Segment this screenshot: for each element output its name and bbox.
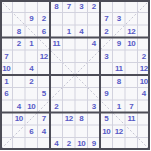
cell-r7c6[interactable] [63, 75, 76, 88]
cell-r8c7[interactable] [75, 88, 88, 101]
cell-r8c12[interactable]: 4 [138, 88, 151, 101]
cell-r1c4[interactable] [38, 0, 51, 13]
cell-r2c5[interactable] [50, 13, 63, 26]
cell-r4c6[interactable] [63, 38, 76, 51]
cell-r5c3[interactable] [25, 50, 38, 63]
cell-r8c9[interactable]: 9 [100, 88, 113, 101]
cell-r9c3[interactable]: 10 [25, 100, 38, 113]
cell-r6c10[interactable]: 11 [113, 63, 126, 76]
cell-r9c12[interactable] [138, 100, 151, 113]
cell-r11c2[interactable] [13, 125, 26, 138]
cell-r8c4[interactable]: 5 [38, 88, 51, 101]
cell-r3c7[interactable]: 4 [75, 25, 88, 38]
cell-r11c1[interactable] [0, 125, 13, 138]
cell-r12c5[interactable]: 4 [50, 138, 63, 151]
cell-r12c10[interactable] [113, 138, 126, 151]
cell-r2c1[interactable] [0, 13, 13, 26]
cell-r2c10[interactable]: 3 [113, 13, 126, 26]
cell-r2c8[interactable] [88, 13, 101, 26]
cell-r7c11[interactable] [125, 75, 138, 88]
cell-r8c3[interactable] [25, 88, 38, 101]
cell-r1c11[interactable] [125, 0, 138, 13]
cell-r10c4[interactable]: 7 [38, 113, 51, 126]
cell-r11c8[interactable] [88, 125, 101, 138]
cell-r1c2[interactable] [13, 0, 26, 13]
cell-r3c10[interactable] [113, 25, 126, 38]
cell-r8c1[interactable]: 6 [0, 88, 13, 101]
cell-r1c12[interactable] [138, 0, 151, 13]
cell-r7c2[interactable] [13, 75, 26, 88]
cell-r6c9[interactable] [100, 63, 113, 76]
cell-r9c4[interactable] [38, 100, 51, 113]
cell-r12c11[interactable] [125, 138, 138, 151]
cell-r12c7[interactable]: 10 [75, 138, 88, 151]
cell-r11c11[interactable] [125, 125, 138, 138]
cell-r3c5[interactable] [50, 25, 63, 38]
cell-r8c10[interactable] [113, 88, 126, 101]
cell-r4c8[interactable]: 4 [88, 38, 101, 51]
cell-r5c5[interactable] [50, 50, 63, 63]
cell-r2c4[interactable]: 2 [38, 13, 51, 26]
cell-r4c11[interactable]: 10 [125, 38, 138, 51]
cell-r11c12[interactable] [138, 125, 151, 138]
cell-r9c8[interactable]: 3 [88, 100, 101, 113]
cell-r1c10[interactable] [113, 0, 126, 13]
cell-r6c2[interactable] [13, 63, 26, 76]
cell-r1c1[interactable] [0, 0, 13, 13]
cell-r5c12[interactable]: 2 [138, 50, 151, 63]
cell-r9c2[interactable]: 4 [13, 100, 26, 113]
cell-r3c12[interactable] [138, 25, 151, 38]
cell-r7c12[interactable]: 10 [138, 75, 151, 88]
cell-r2c6[interactable] [63, 13, 76, 26]
cell-r6c3[interactable]: 4 [25, 63, 38, 76]
cell-r9c9[interactable] [100, 100, 113, 113]
cell-r11c6[interactable] [63, 125, 76, 138]
cell-r7c7[interactable] [75, 75, 88, 88]
cell-r7c5[interactable] [50, 75, 63, 88]
cell-r5c7[interactable] [75, 50, 88, 63]
cell-r6c7[interactable] [75, 63, 88, 76]
cell-r8c5[interactable] [50, 88, 63, 101]
cell-r6c8[interactable] [88, 63, 101, 76]
cell-r6c5[interactable] [50, 63, 63, 76]
cell-r3c4[interactable]: 6 [38, 25, 51, 38]
cell-r6c4[interactable] [38, 63, 51, 76]
cell-r4c1[interactable] [0, 38, 13, 51]
cell-r10c9[interactable]: 5 [100, 113, 113, 126]
cell-r5c6[interactable] [63, 50, 76, 63]
cell-r3c11[interactable]: 12 [125, 25, 138, 38]
cell-r12c2[interactable] [13, 138, 26, 151]
cell-r9c7[interactable] [75, 100, 88, 113]
cell-r10c2[interactable]: 10 [13, 113, 26, 126]
cell-r12c4[interactable] [38, 138, 51, 151]
cell-r10c10[interactable] [113, 113, 126, 126]
cell-r10c1[interactable] [0, 113, 13, 126]
cell-r8c11[interactable] [125, 88, 138, 101]
sudoku-cells: 8732927386142122111491071232104111212810… [0, 0, 150, 150]
cell-r9c5[interactable]: 2 [50, 100, 63, 113]
cell-r5c11[interactable] [125, 50, 138, 63]
cell-r11c4[interactable]: 4 [38, 125, 51, 138]
sudoku-board: 8732927386142122111491071232104111212810… [0, 0, 150, 150]
cell-r2c2[interactable] [13, 13, 26, 26]
cell-r5c10[interactable] [113, 50, 126, 63]
cell-r3c1[interactable] [0, 25, 13, 38]
cell-r6c12[interactable]: 12 [138, 63, 151, 76]
cell-r7c8[interactable] [88, 75, 101, 88]
cell-r10c6[interactable]: 12 [63, 113, 76, 126]
cell-r10c5[interactable] [50, 113, 63, 126]
cell-r8c6[interactable] [63, 88, 76, 101]
cell-r12c8[interactable]: 9 [88, 138, 101, 151]
cell-r1c5[interactable]: 8 [50, 0, 63, 13]
cell-r1c9[interactable] [100, 0, 113, 13]
cell-r5c8[interactable] [88, 50, 101, 63]
cell-r10c8[interactable] [88, 113, 101, 126]
cell-r7c1[interactable]: 1 [0, 75, 13, 88]
cell-r5c2[interactable] [13, 50, 26, 63]
cell-r12c12[interactable] [138, 138, 151, 151]
cell-r4c4[interactable] [38, 38, 51, 51]
cell-r10c12[interactable] [138, 113, 151, 126]
cell-r12c6[interactable]: 2 [63, 138, 76, 151]
cell-r2c12[interactable] [138, 13, 151, 26]
cell-r4c5[interactable]: 11 [50, 38, 63, 51]
cell-r11c5[interactable] [50, 125, 63, 138]
cell-r12c9[interactable] [100, 138, 113, 151]
cell-r1c6[interactable]: 7 [63, 0, 76, 13]
cell-r4c9[interactable] [100, 38, 113, 51]
cell-r5c4[interactable]: 12 [38, 50, 51, 63]
cell-r7c4[interactable] [38, 75, 51, 88]
cell-r4c7[interactable] [75, 38, 88, 51]
cell-r1c8[interactable]: 2 [88, 0, 101, 13]
cell-r8c2[interactable] [13, 88, 26, 101]
cell-r4c3[interactable]: 1 [25, 38, 38, 51]
cell-r4c12[interactable] [138, 38, 151, 51]
cell-r4c10[interactable]: 9 [113, 38, 126, 51]
cell-r2c3[interactable]: 9 [25, 13, 38, 26]
cell-r11c3[interactable]: 6 [25, 125, 38, 138]
cell-r5c1[interactable]: 7 [0, 50, 13, 63]
cell-r7c3[interactable]: 2 [25, 75, 38, 88]
cell-r1c3[interactable] [25, 0, 38, 13]
cell-r12c3[interactable] [25, 138, 38, 151]
cell-r10c3[interactable] [25, 113, 38, 126]
cell-r7c10[interactable]: 8 [113, 75, 126, 88]
cell-r10c11[interactable]: 11 [125, 113, 138, 126]
cell-r9c11[interactable]: 7 [125, 100, 138, 113]
cell-r12c1[interactable] [0, 138, 13, 151]
cell-r7c9[interactable] [100, 75, 113, 88]
cell-r9c10[interactable]: 1 [113, 100, 126, 113]
cell-r6c1[interactable]: 10 [0, 63, 13, 76]
cell-r8c8[interactable] [88, 88, 101, 101]
cell-r9c1[interactable] [0, 100, 13, 113]
cell-r6c11[interactable] [125, 63, 138, 76]
cell-r3c9[interactable]: 2 [100, 25, 113, 38]
cell-r1c7[interactable]: 3 [75, 0, 88, 13]
cell-r3c3[interactable] [25, 25, 38, 38]
cell-r9c6[interactable] [63, 100, 76, 113]
cell-r2c11[interactable] [125, 13, 138, 26]
cell-r5c9[interactable]: 3 [100, 50, 113, 63]
cell-r3c8[interactable] [88, 25, 101, 38]
cell-r3c6[interactable]: 1 [63, 25, 76, 38]
cell-r2c7[interactable] [75, 13, 88, 26]
cell-r11c9[interactable]: 10 [100, 125, 113, 138]
cell-r10c7[interactable]: 8 [75, 113, 88, 126]
cell-r11c10[interactable]: 12 [113, 125, 126, 138]
cell-r3c2[interactable]: 8 [13, 25, 26, 38]
cell-r4c2[interactable]: 2 [13, 38, 26, 51]
cell-r11c7[interactable] [75, 125, 88, 138]
cell-r2c9[interactable]: 7 [100, 13, 113, 26]
cell-r6c6[interactable] [63, 63, 76, 76]
